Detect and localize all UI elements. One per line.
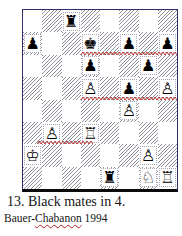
- square-e2[interactable]: [100, 144, 119, 166]
- square-f2[interactable]: [119, 144, 138, 166]
- square-f5[interactable]: ♟: [119, 77, 138, 99]
- square-e5[interactable]: [100, 77, 119, 99]
- square-g1[interactable]: ♘: [139, 167, 158, 189]
- square-a5[interactable]: [23, 77, 42, 99]
- white-pawn-piece[interactable]: ♙: [159, 79, 176, 98]
- square-b4[interactable]: [42, 100, 61, 122]
- square-d3[interactable]: ♖: [81, 122, 100, 144]
- square-f4[interactable]: ♙: [119, 100, 138, 122]
- square-h7[interactable]: ♟: [158, 32, 177, 54]
- white-pawn-piece[interactable]: ♙: [120, 101, 137, 120]
- square-e7[interactable]: [100, 32, 119, 54]
- white-pawn-piece[interactable]: ♙: [43, 124, 60, 143]
- source-players-pre: Bauer-: [4, 212, 35, 224]
- square-g7[interactable]: [139, 32, 158, 54]
- black-rook-piece[interactable]: ♜: [63, 12, 80, 31]
- square-d8[interactable]: [81, 10, 100, 32]
- square-e1[interactable]: ♜: [100, 167, 119, 189]
- square-c2[interactable]: [62, 144, 81, 166]
- square-h2[interactable]: [158, 144, 177, 166]
- square-g6[interactable]: ♟: [139, 55, 158, 77]
- black-king-piece[interactable]: ♚: [82, 34, 99, 53]
- square-f1[interactable]: [119, 167, 138, 189]
- square-a6[interactable]: [23, 55, 42, 77]
- black-pawn-piece[interactable]: ♟: [120, 34, 137, 53]
- square-h6[interactable]: [158, 55, 177, 77]
- square-g3[interactable]: [139, 122, 158, 144]
- square-d2[interactable]: [81, 144, 100, 166]
- square-h8[interactable]: [158, 10, 177, 32]
- square-b3[interactable]: ♙: [42, 122, 61, 144]
- square-g4[interactable]: [139, 100, 158, 122]
- square-b8[interactable]: [42, 10, 61, 32]
- square-c6[interactable]: [62, 55, 81, 77]
- black-rook-piece[interactable]: ♜: [101, 168, 118, 187]
- square-c3[interactable]: [62, 122, 81, 144]
- square-c5[interactable]: [62, 77, 81, 99]
- square-b1[interactable]: [42, 167, 61, 189]
- chess-diagram-page: ♜♟♚♟♟♟♟♙♟♙♙♙♖♔♙♜♘♖ 13. Black mates in 4.…: [0, 0, 182, 236]
- square-h5[interactable]: ♙: [158, 77, 177, 99]
- square-c1[interactable]: [62, 167, 81, 189]
- square-c8[interactable]: ♜: [62, 10, 81, 32]
- square-c4[interactable]: [62, 100, 81, 122]
- square-e3[interactable]: [100, 122, 119, 144]
- black-pawn-piece[interactable]: ♟: [82, 56, 99, 75]
- square-a3[interactable]: [23, 122, 42, 144]
- black-pawn-piece[interactable]: ♟: [120, 79, 137, 98]
- square-h4[interactable]: [158, 100, 177, 122]
- square-g8[interactable]: [139, 10, 158, 32]
- black-pawn-piece[interactable]: ♟: [140, 56, 157, 75]
- square-a2[interactable]: ♔: [23, 144, 42, 166]
- square-h3[interactable]: [158, 122, 177, 144]
- square-a8[interactable]: [23, 10, 42, 32]
- square-b7[interactable]: [42, 32, 61, 54]
- black-pawn-piece[interactable]: ♟: [24, 34, 41, 53]
- square-g5[interactable]: [139, 77, 158, 99]
- square-e8[interactable]: [100, 10, 119, 32]
- square-g2[interactable]: ♙: [139, 144, 158, 166]
- square-d5[interactable]: ♙: [81, 77, 100, 99]
- square-h1[interactable]: ♖: [158, 167, 177, 189]
- square-b6[interactable]: [42, 55, 61, 77]
- white-pawn-piece[interactable]: ♙: [140, 146, 157, 165]
- square-d6[interactable]: ♟: [81, 55, 100, 77]
- game-source: Bauer-Chabanon 1994: [4, 212, 179, 224]
- white-pawn-piece[interactable]: ♙: [82, 79, 99, 98]
- square-f3[interactable]: [119, 122, 138, 144]
- square-d1[interactable]: [81, 167, 100, 189]
- square-d7[interactable]: ♚: [81, 32, 100, 54]
- source-players-misspelled: Chabanon: [35, 212, 82, 224]
- square-d4[interactable]: [81, 100, 100, 122]
- chess-board: ♜♟♚♟♟♟♟♙♟♙♙♙♖♔♙♜♘♖: [22, 9, 178, 192]
- square-f6[interactable]: [119, 55, 138, 77]
- white-rook-piece[interactable]: ♖: [82, 124, 99, 143]
- square-b2[interactable]: [42, 144, 61, 166]
- square-e4[interactable]: [100, 100, 119, 122]
- square-a1[interactable]: [23, 167, 42, 189]
- source-year: 1994: [82, 212, 108, 224]
- white-rook-piece[interactable]: ♖: [159, 168, 176, 187]
- square-f8[interactable]: [119, 10, 138, 32]
- square-a7[interactable]: ♟: [23, 32, 42, 54]
- black-pawn-piece[interactable]: ♟: [159, 34, 176, 53]
- square-a4[interactable]: [23, 100, 42, 122]
- white-king-piece[interactable]: ♔: [24, 146, 41, 165]
- square-c7[interactable]: [62, 32, 81, 54]
- square-e6[interactable]: [100, 55, 119, 77]
- white-knight-piece[interactable]: ♘: [140, 168, 157, 187]
- square-b5[interactable]: [42, 77, 61, 99]
- square-f7[interactable]: ♟: [119, 32, 138, 54]
- puzzle-caption: 13. Black mates in 4.: [7, 194, 179, 210]
